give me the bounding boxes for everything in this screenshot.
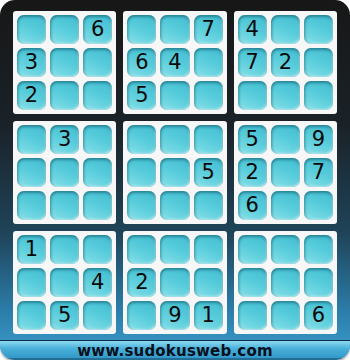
cell-r6c7[interactable]: 6 xyxy=(238,191,267,220)
cell-r9c5[interactable]: 9 xyxy=(160,301,189,330)
cell-r1c1[interactable] xyxy=(17,15,46,44)
sudoku-page: 632764547235592761452916 www.sudokusweb.… xyxy=(0,0,350,360)
box-3-1: 145 xyxy=(13,231,116,334)
cell-r6c6[interactable] xyxy=(194,191,223,220)
cell-r3c1[interactable]: 2 xyxy=(17,81,46,110)
website-url: www.sudokusweb.com xyxy=(77,342,272,360)
cell-r4c8[interactable] xyxy=(271,125,300,154)
cell-r9c9[interactable]: 6 xyxy=(304,301,333,330)
cell-r4c2[interactable]: 3 xyxy=(50,125,79,154)
cell-r9c8[interactable] xyxy=(271,301,300,330)
cell-r8c7[interactable] xyxy=(238,268,267,297)
cell-r7c9[interactable] xyxy=(304,235,333,264)
cell-r5c3[interactable] xyxy=(83,158,112,187)
cell-r8c4[interactable]: 2 xyxy=(127,268,156,297)
cell-r4c6[interactable] xyxy=(194,125,223,154)
cell-r6c1[interactable] xyxy=(17,191,46,220)
cell-r2c8[interactable]: 2 xyxy=(271,48,300,77)
cell-r3c8[interactable] xyxy=(271,81,300,110)
cell-r7c1[interactable]: 1 xyxy=(17,235,46,264)
cell-r5c1[interactable] xyxy=(17,158,46,187)
cell-r1c3[interactable]: 6 xyxy=(83,15,112,44)
cell-r3c5[interactable] xyxy=(160,81,189,110)
cell-r8c1[interactable] xyxy=(17,268,46,297)
cell-r3c7[interactable] xyxy=(238,81,267,110)
cell-r5c6[interactable]: 5 xyxy=(194,158,223,187)
box-1-3: 472 xyxy=(234,11,337,114)
cell-r2c5[interactable]: 4 xyxy=(160,48,189,77)
cell-r4c7[interactable]: 5 xyxy=(238,125,267,154)
cell-r5c5[interactable] xyxy=(160,158,189,187)
cell-r9c3[interactable] xyxy=(83,301,112,330)
cell-r8c2[interactable] xyxy=(50,268,79,297)
cell-r7c4[interactable] xyxy=(127,235,156,264)
cell-r3c6[interactable] xyxy=(194,81,223,110)
box-1-1: 632 xyxy=(13,11,116,114)
cell-r8c9[interactable] xyxy=(304,268,333,297)
cell-r5c9[interactable]: 7 xyxy=(304,158,333,187)
cell-r6c8[interactable] xyxy=(271,191,300,220)
box-2-2: 5 xyxy=(123,121,226,224)
cell-r4c5[interactable] xyxy=(160,125,189,154)
cell-r2c7[interactable]: 7 xyxy=(238,48,267,77)
sudoku-board: 632764547235592761452916 xyxy=(0,0,350,340)
cell-r1c4[interactable] xyxy=(127,15,156,44)
cell-r2c2[interactable] xyxy=(50,48,79,77)
sudoku-panel: 632764547235592761452916 www.sudokusweb.… xyxy=(0,0,350,360)
cell-r2c4[interactable]: 6 xyxy=(127,48,156,77)
cell-r3c4[interactable]: 5 xyxy=(127,81,156,110)
cell-r1c9[interactable] xyxy=(304,15,333,44)
cell-r9c1[interactable] xyxy=(17,301,46,330)
cell-r1c5[interactable] xyxy=(160,15,189,44)
cell-r3c2[interactable] xyxy=(50,81,79,110)
cell-r5c2[interactable] xyxy=(50,158,79,187)
cell-r4c9[interactable]: 9 xyxy=(304,125,333,154)
footer-bar: www.sudokusweb.com xyxy=(0,340,350,360)
cell-r8c6[interactable] xyxy=(194,268,223,297)
cell-r6c5[interactable] xyxy=(160,191,189,220)
box-1-2: 7645 xyxy=(123,11,226,114)
cell-r5c8[interactable] xyxy=(271,158,300,187)
cell-r9c6[interactable]: 1 xyxy=(194,301,223,330)
cell-r7c2[interactable] xyxy=(50,235,79,264)
box-2-1: 3 xyxy=(13,121,116,224)
cell-r5c4[interactable] xyxy=(127,158,156,187)
cell-r7c7[interactable] xyxy=(238,235,267,264)
cell-r6c3[interactable] xyxy=(83,191,112,220)
cell-r4c1[interactable] xyxy=(17,125,46,154)
cell-r4c3[interactable] xyxy=(83,125,112,154)
cell-r1c8[interactable] xyxy=(271,15,300,44)
cell-r2c1[interactable]: 3 xyxy=(17,48,46,77)
cell-r9c2[interactable]: 5 xyxy=(50,301,79,330)
cell-r7c8[interactable] xyxy=(271,235,300,264)
cell-r1c6[interactable]: 7 xyxy=(194,15,223,44)
cell-r9c4[interactable] xyxy=(127,301,156,330)
cell-r1c7[interactable]: 4 xyxy=(238,15,267,44)
box-2-3: 59276 xyxy=(234,121,337,224)
cell-r1c2[interactable] xyxy=(50,15,79,44)
cell-r2c3[interactable] xyxy=(83,48,112,77)
cell-r5c7[interactable]: 2 xyxy=(238,158,267,187)
cell-r2c9[interactable] xyxy=(304,48,333,77)
cell-r6c2[interactable] xyxy=(50,191,79,220)
cell-r6c4[interactable] xyxy=(127,191,156,220)
cell-r3c9[interactable] xyxy=(304,81,333,110)
cell-r9c7[interactable] xyxy=(238,301,267,330)
cell-r2c6[interactable] xyxy=(194,48,223,77)
box-3-3: 6 xyxy=(234,231,337,334)
cell-r8c8[interactable] xyxy=(271,268,300,297)
cell-r8c3[interactable]: 4 xyxy=(83,268,112,297)
cell-r4c4[interactable] xyxy=(127,125,156,154)
cell-r7c3[interactable] xyxy=(83,235,112,264)
cell-r7c5[interactable] xyxy=(160,235,189,264)
cell-r8c5[interactable] xyxy=(160,268,189,297)
cell-r3c3[interactable] xyxy=(83,81,112,110)
cell-r7c6[interactable] xyxy=(194,235,223,264)
cell-r6c9[interactable] xyxy=(304,191,333,220)
box-3-2: 291 xyxy=(123,231,226,334)
